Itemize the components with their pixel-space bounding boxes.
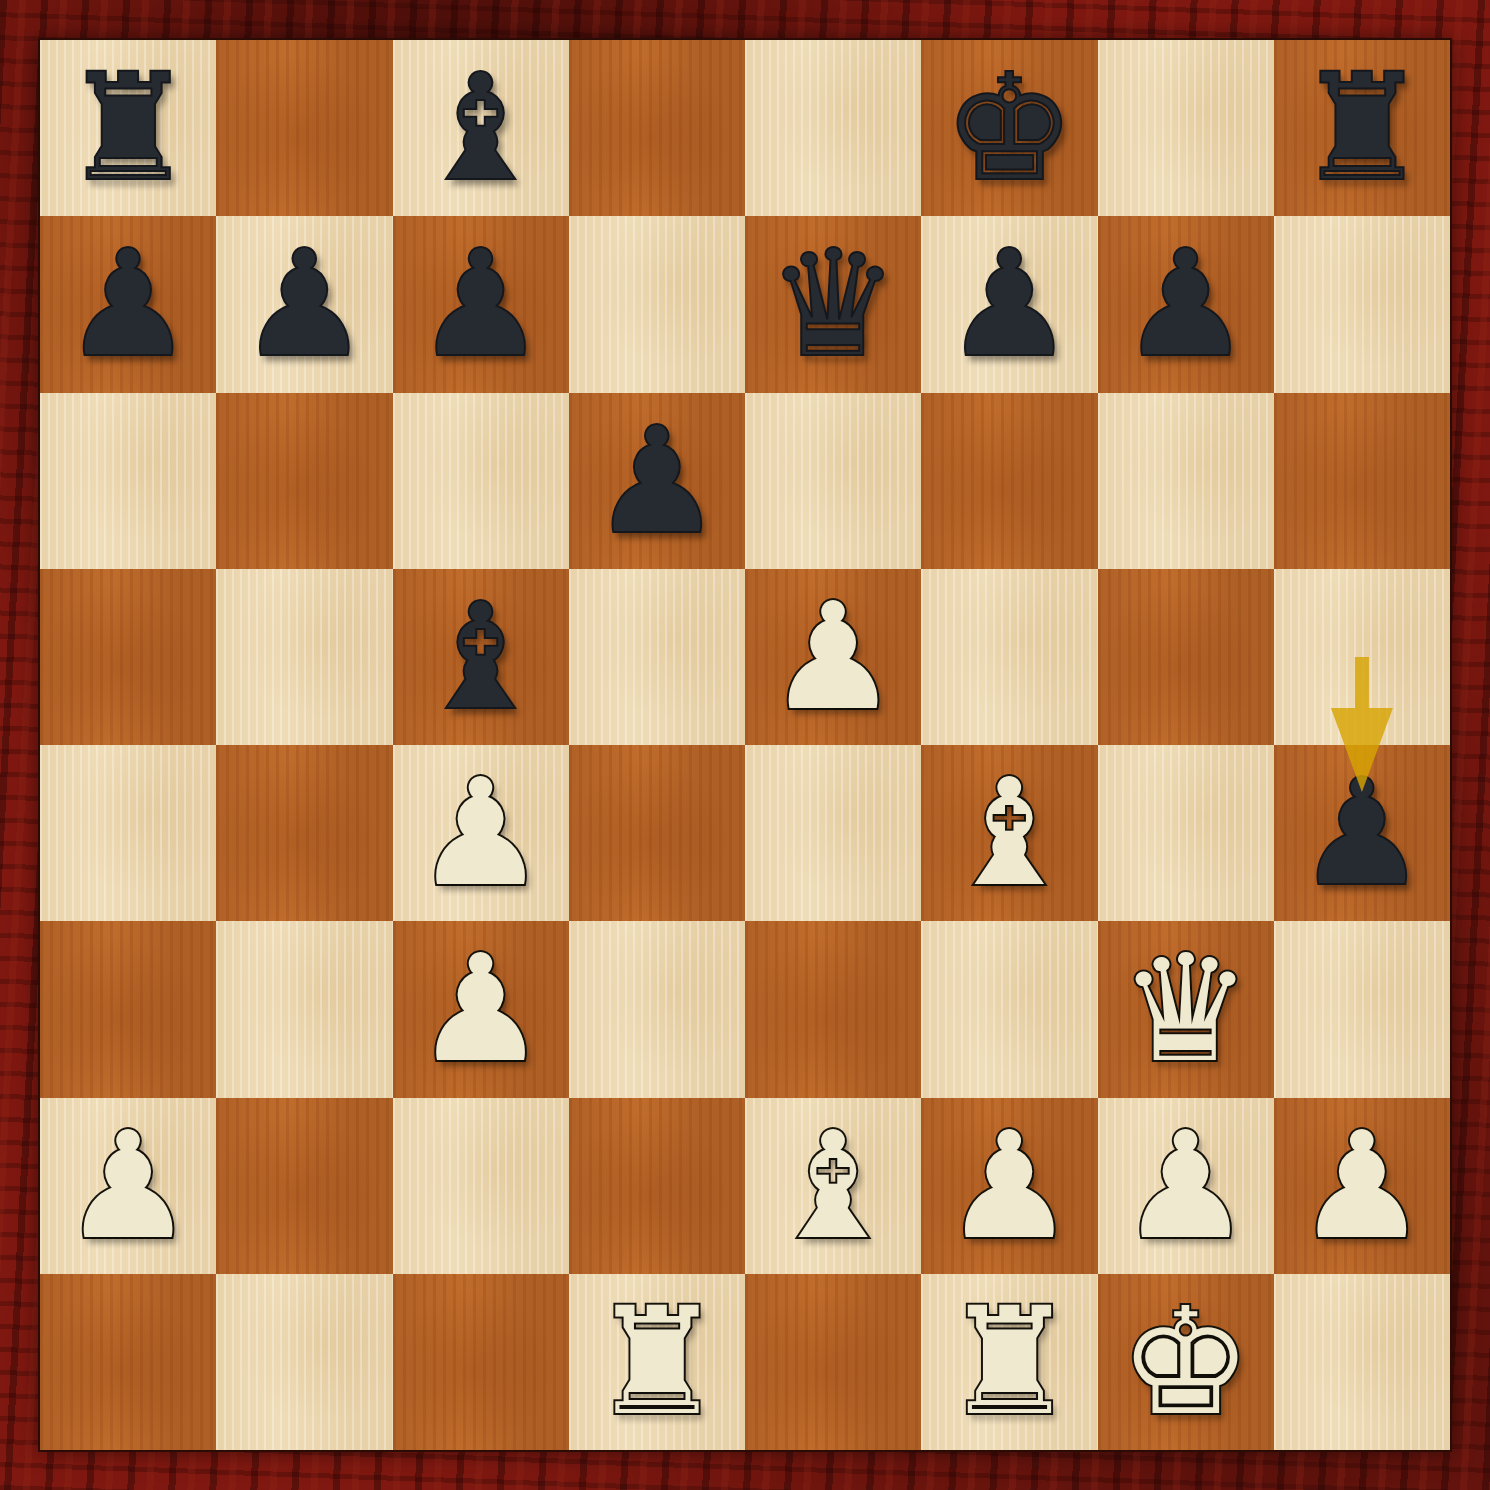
board-frame: ♜♝♚♜♟♟♟♛♟♟♟♝♟♟♝♟♟♛♟♝♟♟♟♜♜♚ (0, 0, 1490, 1490)
black-bishop[interactable]: ♝ (393, 40, 569, 216)
black-pawn[interactable]: ♟ (40, 216, 216, 392)
square-g8[interactable] (1098, 40, 1274, 216)
black-pawn[interactable]: ♟ (216, 216, 392, 392)
square-b3[interactable] (216, 921, 392, 1097)
white-pawn[interactable]: ♟ (745, 569, 921, 745)
square-h5[interactable] (1274, 569, 1450, 745)
square-c8[interactable]: ♝ (393, 40, 569, 216)
square-a5[interactable] (40, 569, 216, 745)
square-h4[interactable]: ♟ (1274, 745, 1450, 921)
square-d4[interactable] (569, 745, 745, 921)
square-e7[interactable]: ♛ (745, 216, 921, 392)
square-e5[interactable]: ♟ (745, 569, 921, 745)
square-e3[interactable] (745, 921, 921, 1097)
square-d3[interactable] (569, 921, 745, 1097)
white-pawn[interactable]: ♟ (921, 1098, 1097, 1274)
square-d5[interactable] (569, 569, 745, 745)
square-a6[interactable] (40, 393, 216, 569)
square-f3[interactable] (921, 921, 1097, 1097)
square-a1[interactable] (40, 1274, 216, 1450)
black-pawn[interactable]: ♟ (1098, 216, 1274, 392)
square-b6[interactable] (216, 393, 392, 569)
black-king[interactable]: ♚ (921, 40, 1097, 216)
square-b7[interactable]: ♟ (216, 216, 392, 392)
black-pawn[interactable]: ♟ (921, 216, 1097, 392)
square-h2[interactable]: ♟ (1274, 1098, 1450, 1274)
square-h6[interactable] (1274, 393, 1450, 569)
black-queen[interactable]: ♛ (745, 216, 921, 392)
square-b1[interactable] (216, 1274, 392, 1450)
square-h3[interactable] (1274, 921, 1450, 1097)
square-g1[interactable]: ♚ (1098, 1274, 1274, 1450)
square-c5[interactable]: ♝ (393, 569, 569, 745)
black-pawn[interactable]: ♟ (1274, 745, 1450, 921)
white-bishop[interactable]: ♝ (745, 1098, 921, 1274)
square-a7[interactable]: ♟ (40, 216, 216, 392)
black-pawn[interactable]: ♟ (393, 216, 569, 392)
square-b8[interactable] (216, 40, 392, 216)
square-a8[interactable]: ♜ (40, 40, 216, 216)
square-f7[interactable]: ♟ (921, 216, 1097, 392)
square-h8[interactable]: ♜ (1274, 40, 1450, 216)
square-g2[interactable]: ♟ (1098, 1098, 1274, 1274)
square-d7[interactable] (569, 216, 745, 392)
white-bishop[interactable]: ♝ (921, 745, 1097, 921)
square-d2[interactable] (569, 1098, 745, 1274)
square-a2[interactable]: ♟ (40, 1098, 216, 1274)
black-bishop[interactable]: ♝ (393, 569, 569, 745)
white-pawn[interactable]: ♟ (1274, 1098, 1450, 1274)
white-king[interactable]: ♚ (1098, 1274, 1274, 1450)
square-f6[interactable] (921, 393, 1097, 569)
square-g3[interactable]: ♛ (1098, 921, 1274, 1097)
square-b2[interactable] (216, 1098, 392, 1274)
square-e1[interactable] (745, 1274, 921, 1450)
white-pawn[interactable]: ♟ (40, 1098, 216, 1274)
square-e4[interactable] (745, 745, 921, 921)
square-f5[interactable] (921, 569, 1097, 745)
square-h1[interactable] (1274, 1274, 1450, 1450)
square-e2[interactable]: ♝ (745, 1098, 921, 1274)
white-pawn[interactable]: ♟ (393, 921, 569, 1097)
black-pawn[interactable]: ♟ (569, 393, 745, 569)
square-c4[interactable]: ♟ (393, 745, 569, 921)
square-f1[interactable]: ♜ (921, 1274, 1097, 1450)
square-g4[interactable] (1098, 745, 1274, 921)
white-pawn[interactable]: ♟ (1098, 1098, 1274, 1274)
square-b5[interactable] (216, 569, 392, 745)
square-d1[interactable]: ♜ (569, 1274, 745, 1450)
white-rook[interactable]: ♜ (921, 1274, 1097, 1450)
square-g7[interactable]: ♟ (1098, 216, 1274, 392)
square-h7[interactable] (1274, 216, 1450, 392)
square-d8[interactable] (569, 40, 745, 216)
square-f2[interactable]: ♟ (921, 1098, 1097, 1274)
square-a3[interactable] (40, 921, 216, 1097)
square-b4[interactable] (216, 745, 392, 921)
square-c7[interactable]: ♟ (393, 216, 569, 392)
white-pawn[interactable]: ♟ (393, 745, 569, 921)
chess-board: ♜♝♚♜♟♟♟♛♟♟♟♝♟♟♝♟♟♛♟♝♟♟♟♜♜♚ (40, 40, 1450, 1450)
square-d6[interactable]: ♟ (569, 393, 745, 569)
white-queen[interactable]: ♛ (1098, 921, 1274, 1097)
square-e6[interactable] (745, 393, 921, 569)
square-c2[interactable] (393, 1098, 569, 1274)
square-c6[interactable] (393, 393, 569, 569)
square-a4[interactable] (40, 745, 216, 921)
square-f8[interactable]: ♚ (921, 40, 1097, 216)
black-rook[interactable]: ♜ (40, 40, 216, 216)
square-c3[interactable]: ♟ (393, 921, 569, 1097)
square-c1[interactable] (393, 1274, 569, 1450)
square-f4[interactable]: ♝ (921, 745, 1097, 921)
square-e8[interactable] (745, 40, 921, 216)
square-g6[interactable] (1098, 393, 1274, 569)
square-g5[interactable] (1098, 569, 1274, 745)
black-rook[interactable]: ♜ (1274, 40, 1450, 216)
white-rook[interactable]: ♜ (569, 1274, 745, 1450)
